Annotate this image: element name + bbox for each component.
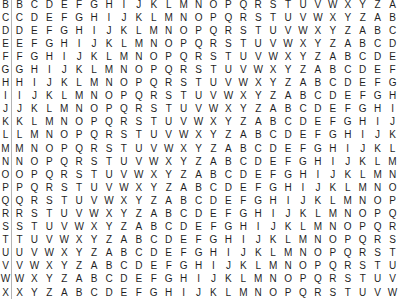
grid-cell: S — [340, 272, 355, 285]
grid-cell: Y — [161, 168, 176, 181]
grid-cell: L — [281, 233, 296, 246]
grid-cell: S — [27, 207, 42, 220]
grid-cell: Z — [340, 24, 355, 37]
grid-cell: F — [340, 102, 355, 115]
grid-cell: W — [27, 259, 42, 272]
grid-cell: B — [310, 76, 325, 89]
grid-cell: E — [131, 272, 146, 285]
grid-cell: C — [221, 168, 236, 181]
grid-cell: W — [146, 155, 161, 168]
grid-cell: N — [385, 168, 400, 181]
grid-cell: Y — [325, 24, 340, 37]
grid-cell: B — [102, 259, 117, 272]
grid-cell: A — [206, 155, 221, 168]
grid-cell: P — [176, 37, 191, 50]
grid-cell: K — [102, 37, 117, 50]
grid-cell: L — [251, 259, 266, 272]
grid-cell: K — [340, 168, 355, 181]
grid-cell: U — [296, 0, 311, 11]
grid-cell: V — [116, 168, 131, 181]
grid-cell: U — [251, 37, 266, 50]
grid-cell: Z — [176, 168, 191, 181]
grid-cell: O — [206, 0, 221, 11]
grid-cell: T — [176, 89, 191, 102]
grid-cell: Y — [310, 37, 325, 50]
grid-cell: O — [355, 207, 370, 220]
grid-cell: T — [206, 63, 221, 76]
grid-cell: D — [191, 207, 206, 220]
grid-cell: M — [131, 37, 146, 50]
grid-cell: Y — [42, 272, 57, 285]
grid-cell: O — [87, 102, 102, 115]
grid-cell: S — [87, 155, 102, 168]
grid-cell: Z — [191, 155, 206, 168]
grid-cell: H — [266, 194, 281, 207]
grid-cell: B — [206, 168, 221, 181]
grid-cell: Y — [57, 259, 72, 272]
grid-cell: E — [57, 0, 72, 11]
grid-cell: T — [281, 0, 296, 11]
grid-cell: V — [385, 272, 400, 285]
grid-cell: W — [310, 11, 325, 24]
grid-cell: L — [12, 128, 27, 141]
grid-cell: S — [57, 181, 72, 194]
grid-cell: B — [281, 102, 296, 115]
grid-cell: L — [236, 272, 251, 285]
grid-cell: Y — [146, 181, 161, 194]
grid-cell: C — [236, 155, 251, 168]
grid-cell: P — [325, 246, 340, 259]
grid-cell: R — [161, 76, 176, 89]
grid-cell: Z — [87, 246, 102, 259]
grid-cell: I — [206, 259, 221, 272]
grid-cell: W — [266, 50, 281, 63]
grid-cell: O — [340, 220, 355, 233]
grid-cell: O — [146, 50, 161, 63]
grid-cell: X — [221, 102, 236, 115]
grid-cell: P — [102, 102, 117, 115]
grid-cell: Q — [206, 24, 221, 37]
grid-cell: I — [116, 0, 131, 11]
grid-cell: S — [191, 63, 206, 76]
grid-cell: X — [42, 259, 57, 272]
grid-cell: N — [355, 194, 370, 207]
grid-cell: J — [191, 286, 206, 299]
grid-cell: X — [87, 220, 102, 233]
grid-cell: J — [72, 50, 87, 63]
grid-cell: A — [370, 11, 385, 24]
grid-cell: M — [146, 24, 161, 37]
grid-cell: C — [131, 246, 146, 259]
grid-cell: G — [266, 181, 281, 194]
grid-cell: P — [42, 155, 57, 168]
grid-cell: C — [370, 37, 385, 50]
grid-cell: A — [355, 24, 370, 37]
grid-cell: B — [146, 220, 161, 233]
grid-cell: Z — [102, 233, 117, 246]
grid-cell: R — [131, 102, 146, 115]
grid-cell: H — [370, 102, 385, 115]
grid-cell: C — [146, 233, 161, 246]
grid-cell: I — [236, 233, 251, 246]
grid-cell: F — [385, 63, 400, 76]
grid-cell: L — [266, 246, 281, 259]
grid-cell: M — [340, 194, 355, 207]
row-header-cell: E — [0, 37, 12, 50]
grid-cell: K — [116, 24, 131, 37]
grid-cell: A — [266, 102, 281, 115]
grid-cell: I — [281, 194, 296, 207]
grid-cell: O — [266, 286, 281, 299]
grid-cell: G — [325, 128, 340, 141]
grid-cell: T — [266, 11, 281, 24]
grid-cell: O — [57, 128, 72, 141]
grid-cell: Q — [191, 37, 206, 50]
grid-cell: N — [72, 102, 87, 115]
grid-cell: R — [340, 259, 355, 272]
grid-cell: A — [72, 272, 87, 285]
grid-cell: Y — [102, 220, 117, 233]
grid-cell: Z — [281, 76, 296, 89]
grid-cell: W — [206, 102, 221, 115]
grid-cell: A — [340, 37, 355, 50]
grid-cell: J — [102, 24, 117, 37]
grid-cell: W — [325, 0, 340, 11]
grid-cell: L — [325, 194, 340, 207]
grid-cell: I — [355, 128, 370, 141]
grid-cell: Q — [325, 259, 340, 272]
grid-cell: C — [385, 24, 400, 37]
grid-cell: Y — [191, 142, 206, 155]
grid-cell: E — [146, 259, 161, 272]
grid-cell: M — [296, 233, 311, 246]
grid-cell: I — [325, 155, 340, 168]
grid-cell: M — [281, 246, 296, 259]
grid-cell: E — [176, 233, 191, 246]
grid-cell: B — [191, 181, 206, 194]
grid-cell: W — [176, 128, 191, 141]
grid-cell: U — [27, 233, 42, 246]
grid-cell: U — [72, 194, 87, 207]
grid-cell: B — [236, 142, 251, 155]
grid-cell: U — [221, 63, 236, 76]
grid-cell: M — [57, 102, 72, 115]
grid-cell: J — [325, 168, 340, 181]
grid-cell: I — [27, 76, 42, 89]
grid-cell: U — [176, 102, 191, 115]
grid-cell: D — [116, 272, 131, 285]
row-header-cell: F — [0, 50, 12, 63]
grid-cell: F — [281, 155, 296, 168]
row-header-cell: D — [0, 24, 12, 37]
grid-cell: H — [310, 155, 325, 168]
row-header-cell: J — [0, 102, 12, 115]
grid-cell: K — [370, 142, 385, 155]
grid-cell: S — [131, 115, 146, 128]
grid-cell: Y — [296, 50, 311, 63]
grid-cell: X — [325, 11, 340, 24]
grid-cell: L — [340, 181, 355, 194]
grid-cell: K — [296, 207, 311, 220]
grid-cell: H — [206, 246, 221, 259]
grid-cell: D — [251, 155, 266, 168]
grid-cell: V — [191, 102, 206, 115]
grid-cell: D — [146, 246, 161, 259]
grid-cell: G — [27, 50, 42, 63]
grid-cell: A — [146, 207, 161, 220]
grid-cell: F — [42, 24, 57, 37]
grid-cell: V — [12, 259, 27, 272]
grid-cell: T — [116, 142, 131, 155]
row-header-cell: X — [0, 286, 12, 299]
grid-cell: I — [266, 207, 281, 220]
grid-cell: B — [72, 286, 87, 299]
row-header-cell: G — [0, 63, 12, 76]
grid-cell: Y — [266, 76, 281, 89]
grid-cell: N — [281, 259, 296, 272]
grid-cell: I — [370, 115, 385, 128]
grid-cell: F — [57, 11, 72, 24]
grid-cell: J — [131, 0, 146, 11]
grid-cell: H — [325, 142, 340, 155]
grid-cell: B — [340, 50, 355, 63]
grid-cell: D — [385, 37, 400, 50]
grid-cell: H — [161, 286, 176, 299]
grid-cell: F — [131, 286, 146, 299]
grid-cell: X — [146, 168, 161, 181]
grid-cell: E — [251, 168, 266, 181]
grid-cell: S — [146, 102, 161, 115]
grid-cell: R — [116, 115, 131, 128]
grid-cell: K — [72, 63, 87, 76]
grid-cell: J — [116, 11, 131, 24]
grid-cell: D — [12, 24, 27, 37]
grid-cell: L — [102, 50, 117, 63]
grid-cell: X — [57, 246, 72, 259]
grid-cell: E — [385, 50, 400, 63]
grid-cell: X — [296, 37, 311, 50]
grid-cell: I — [72, 37, 87, 50]
grid-cell: H — [296, 168, 311, 181]
grid-cell: F — [206, 220, 221, 233]
grid-cell: W — [296, 24, 311, 37]
grid-cell: L — [42, 102, 57, 115]
grid-cell: C — [325, 76, 340, 89]
grid-cell: Y — [355, 0, 370, 11]
grid-cell: Q — [340, 246, 355, 259]
grid-cell: E — [206, 207, 221, 220]
grid-cell: E — [281, 142, 296, 155]
grid-cell: W — [161, 142, 176, 155]
grid-cell: R — [385, 220, 400, 233]
row-header-cell: S — [0, 220, 12, 233]
grid-cell: G — [221, 220, 236, 233]
grid-cell: V — [131, 155, 146, 168]
grid-cell: W — [72, 220, 87, 233]
grid-cell: H — [251, 207, 266, 220]
grid-cell: P — [131, 76, 146, 89]
grid-cell: W — [385, 286, 400, 299]
grid-cell: E — [116, 286, 131, 299]
grid-cell: M — [72, 89, 87, 102]
grid-cell: I — [191, 272, 206, 285]
grid-cell: N — [325, 220, 340, 233]
grid-cell: V — [236, 63, 251, 76]
row-header-cell: C — [0, 11, 12, 24]
grid-cell: V — [266, 37, 281, 50]
row-header-cell: P — [0, 181, 12, 194]
grid-cell: M — [87, 76, 102, 89]
grid-cell: R — [191, 50, 206, 63]
grid-cell: T — [370, 259, 385, 272]
grid-cell: W — [251, 63, 266, 76]
grid-cell: A — [191, 168, 206, 181]
row-header-cell: R — [0, 207, 12, 220]
grid-cell: J — [370, 128, 385, 141]
grid-cell: K — [57, 76, 72, 89]
grid-cell: A — [221, 142, 236, 155]
grid-cell: O — [385, 181, 400, 194]
grid-cell: X — [72, 233, 87, 246]
grid-cell: G — [176, 259, 191, 272]
grid-cell: A — [57, 286, 72, 299]
grid-cell: Q — [176, 50, 191, 63]
grid-cell: Y — [176, 155, 191, 168]
grid-cell: F — [146, 272, 161, 285]
grid-cell: U — [206, 76, 221, 89]
grid-cell: C — [87, 286, 102, 299]
grid-cell: M — [310, 220, 325, 233]
grid-cell: S — [266, 0, 281, 11]
grid-cell: G — [236, 207, 251, 220]
grid-cell: V — [27, 246, 42, 259]
grid-cell: O — [161, 37, 176, 50]
grid-cell: L — [296, 220, 311, 233]
grid-cell: P — [370, 207, 385, 220]
grid-cell: D — [296, 115, 311, 128]
grid-cell: M — [161, 11, 176, 24]
grid-cell: B — [131, 233, 146, 246]
grid-cell: A — [102, 246, 117, 259]
grid-cell: H — [176, 272, 191, 285]
grid-cell: E — [161, 246, 176, 259]
grid-cell: O — [310, 246, 325, 259]
grid-cell: N — [370, 181, 385, 194]
grid-cell: J — [57, 63, 72, 76]
grid-cell: A — [310, 63, 325, 76]
grid-cell: X — [266, 63, 281, 76]
grid-cell: H — [12, 76, 27, 89]
grid-cell: Q — [42, 168, 57, 181]
grid-cell: T — [221, 50, 236, 63]
row-header-cell: B — [0, 0, 12, 11]
grid-cell: C — [296, 102, 311, 115]
grid-cell: G — [296, 155, 311, 168]
grid-cell: Q — [87, 128, 102, 141]
grid-cell: J — [385, 115, 400, 128]
grid-cell: A — [325, 50, 340, 63]
grid-cell: H — [191, 259, 206, 272]
grid-cell: L — [87, 63, 102, 76]
grid-cell: E — [340, 89, 355, 102]
grid-cell: G — [251, 194, 266, 207]
grid-cell: S — [355, 259, 370, 272]
grid-cell: J — [340, 155, 355, 168]
grid-cell: N — [176, 11, 191, 24]
grid-cell: Y — [281, 63, 296, 76]
grid-cell: L — [370, 155, 385, 168]
grid-cell: W — [116, 181, 131, 194]
row-header-cell: H — [0, 76, 12, 89]
grid-cell: F — [266, 168, 281, 181]
grid-cell: Q — [161, 63, 176, 76]
grid-cell: P — [116, 89, 131, 102]
grid-cell: C — [191, 194, 206, 207]
grid-cell: C — [161, 220, 176, 233]
grid-cell: B — [370, 24, 385, 37]
grid-cell: Z — [146, 194, 161, 207]
grid-cell: U — [281, 11, 296, 24]
grid-cell: E — [191, 220, 206, 233]
row-header-cell: I — [0, 89, 12, 102]
grid-cell: U — [57, 207, 72, 220]
grid-cell: E — [12, 37, 27, 50]
grid-cell: Z — [236, 115, 251, 128]
grid-cell: I — [42, 63, 57, 76]
grid-cell: X — [12, 286, 27, 299]
grid-cell: S — [161, 89, 176, 102]
grid-cell: P — [296, 272, 311, 285]
grid-cell: U — [116, 155, 131, 168]
grid-cell: X — [102, 207, 117, 220]
grid-cell: E — [236, 181, 251, 194]
grid-cell: R — [176, 63, 191, 76]
grid-cell: O — [191, 11, 206, 24]
grid-cell: S — [116, 128, 131, 141]
grid-cell: E — [370, 63, 385, 76]
grid-cell: D — [340, 76, 355, 89]
grid-cell: L — [385, 142, 400, 155]
grid-cell: J — [12, 102, 27, 115]
grid-cell: P — [310, 259, 325, 272]
grid-cell: W — [57, 233, 72, 246]
grid-cell: O — [72, 115, 87, 128]
grid-cell: H — [57, 37, 72, 50]
grid-cell: G — [355, 102, 370, 115]
grid-cell: B — [266, 115, 281, 128]
grid-cell: J — [266, 220, 281, 233]
grid-cell: P — [191, 24, 206, 37]
grid-cell: Z — [251, 102, 266, 115]
grid-cell: N — [27, 142, 42, 155]
grid-cell: A — [296, 76, 311, 89]
grid-cell: C — [355, 50, 370, 63]
grid-cell: F — [236, 194, 251, 207]
grid-cell: Z — [355, 11, 370, 24]
grid-cell: U — [12, 246, 27, 259]
grid-cell: Z — [325, 37, 340, 50]
grid-cell: D — [370, 50, 385, 63]
grid-cell: Q — [236, 0, 251, 11]
row-header-cell: O — [0, 168, 12, 181]
grid-cell: W — [87, 207, 102, 220]
grid-cell: U — [146, 128, 161, 141]
grid-cell: L — [116, 37, 131, 50]
grid-cell: A — [251, 115, 266, 128]
grid-cell: G — [340, 115, 355, 128]
grid-cell: R — [27, 194, 42, 207]
grid-cell: O — [370, 194, 385, 207]
